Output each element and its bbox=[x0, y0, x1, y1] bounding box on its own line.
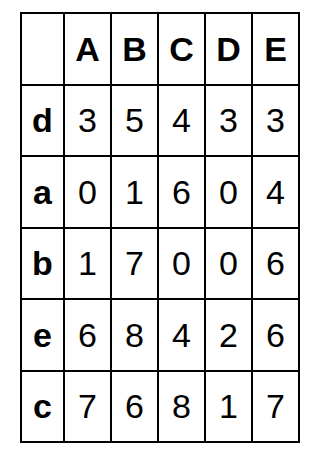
column-header-D: D bbox=[206, 14, 251, 84]
cell-d-C: 4 bbox=[159, 86, 204, 156]
cell-a-C: 6 bbox=[159, 157, 204, 227]
cell-b-D: 0 bbox=[206, 229, 251, 299]
cell-d-A: 3 bbox=[65, 86, 110, 156]
row-header-b: b bbox=[22, 229, 63, 299]
cell-e-A: 6 bbox=[65, 300, 110, 370]
corner-cell bbox=[22, 14, 63, 84]
row-header-e: e bbox=[22, 300, 63, 370]
row-header-a: a bbox=[22, 157, 63, 227]
cell-c-C: 8 bbox=[159, 372, 204, 442]
cell-e-C: 4 bbox=[159, 300, 204, 370]
cell-d-B: 5 bbox=[112, 86, 157, 156]
column-header-A: A bbox=[65, 14, 110, 84]
column-header-E: E bbox=[253, 14, 298, 84]
cell-b-A: 1 bbox=[65, 229, 110, 299]
column-header-B: B bbox=[112, 14, 157, 84]
cell-e-D: 2 bbox=[206, 300, 251, 370]
cell-b-E: 6 bbox=[253, 229, 298, 299]
cell-a-A: 0 bbox=[65, 157, 110, 227]
cell-b-C: 0 bbox=[159, 229, 204, 299]
cell-e-E: 6 bbox=[253, 300, 298, 370]
cell-d-E: 3 bbox=[253, 86, 298, 156]
cell-c-A: 7 bbox=[65, 372, 110, 442]
row-header-d: d bbox=[22, 86, 63, 156]
row-header-c: c bbox=[22, 372, 63, 442]
cell-a-D: 0 bbox=[206, 157, 251, 227]
cell-c-D: 1 bbox=[206, 372, 251, 442]
cell-a-B: 1 bbox=[112, 157, 157, 227]
cell-a-E: 4 bbox=[253, 157, 298, 227]
page: A B C D E d 3 5 4 3 3 a 0 1 6 0 4 b 1 7 … bbox=[0, 0, 312, 458]
cell-d-D: 3 bbox=[206, 86, 251, 156]
cell-e-B: 8 bbox=[112, 300, 157, 370]
cell-c-E: 7 bbox=[253, 372, 298, 442]
cell-c-B: 6 bbox=[112, 372, 157, 442]
cell-b-B: 7 bbox=[112, 229, 157, 299]
column-header-C: C bbox=[159, 14, 204, 84]
number-grid: A B C D E d 3 5 4 3 3 a 0 1 6 0 4 b 1 7 … bbox=[20, 12, 300, 443]
